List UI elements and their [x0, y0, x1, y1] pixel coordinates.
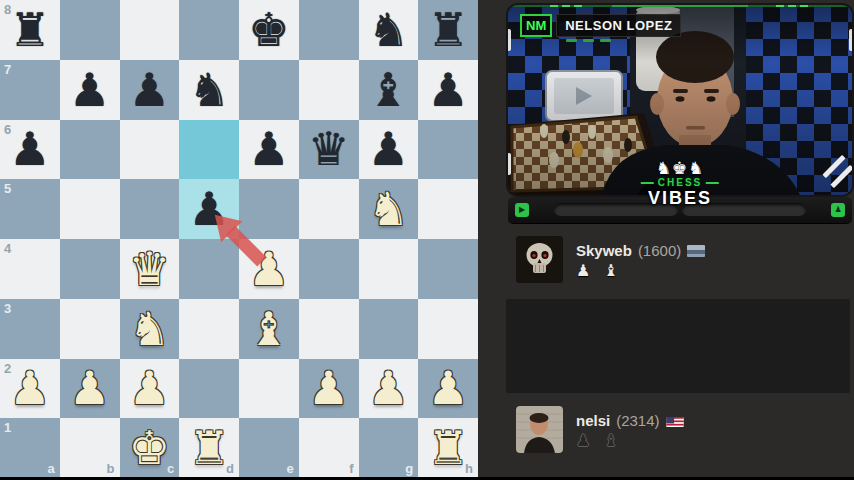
white-pawn-f2[interactable]: ♟: [299, 359, 359, 419]
logo-vibes-text: VIBES: [641, 189, 719, 207]
square-g5[interactable]: ♞: [359, 179, 419, 239]
square-f7[interactable]: [299, 60, 359, 120]
square-a4[interactable]: 4: [0, 239, 60, 299]
square-e2[interactable]: [239, 359, 299, 419]
flag-icon-black: [687, 245, 705, 257]
file-label: b: [107, 462, 115, 475]
square-c4[interactable]: ♛: [120, 239, 180, 299]
square-b4[interactable]: [60, 239, 120, 299]
green-pawn-icon: ♟: [831, 203, 845, 217]
flag-icon-white-us: [666, 415, 684, 427]
square-e4[interactable]: ♟: [239, 239, 299, 299]
nm-title-badge: NM: [520, 14, 552, 37]
move-list-panel[interactable]: [506, 299, 850, 393]
white-king-c1[interactable]: ♚: [120, 418, 180, 478]
logo-pieces-icon: ♞♚♞: [641, 160, 719, 177]
frame-tick-left-top: [508, 29, 511, 51]
square-b2[interactable]: ♟: [60, 359, 120, 419]
black-pawn-g6[interactable]: ♟: [359, 120, 419, 180]
square-c6[interactable]: [120, 120, 180, 180]
rank-label: 5: [4, 182, 11, 195]
white-pawn-e4[interactable]: ♟: [239, 239, 299, 299]
white-pawn-c2[interactable]: ♟: [120, 359, 180, 419]
file-label: f: [349, 462, 353, 475]
player-card-white: nelsi (2314) ♟ ♝: [516, 406, 846, 453]
avatar-skyweb[interactable]: [516, 236, 563, 283]
white-knight-c3[interactable]: ♞: [120, 299, 180, 359]
green-dashes: [566, 39, 611, 42]
black-bishop-g7[interactable]: ♝: [359, 60, 419, 120]
black-king-e8[interactable]: ♚: [239, 0, 299, 60]
black-queen-f6[interactable]: ♛: [299, 120, 359, 180]
square-d5[interactable]: ♟: [179, 179, 239, 239]
white-bishop-e3[interactable]: ♝: [239, 299, 299, 359]
square-f4[interactable]: [299, 239, 359, 299]
square-g4[interactable]: [359, 239, 419, 299]
black-pawn-h7[interactable]: ♟: [418, 60, 478, 120]
black-pawn-c7[interactable]: ♟: [120, 60, 180, 120]
square-a7[interactable]: 7: [0, 60, 60, 120]
chess-stream-app: 8♜♚♞♜7♟♟♞♝♟6♟♟♛♟5♟♞4♛♟3♞♝2♟♟♟♟♟♟1abc♚d♜e…: [0, 0, 854, 480]
square-c5[interactable]: [120, 179, 180, 239]
square-b5[interactable]: [60, 179, 120, 239]
square-f1[interactable]: f: [299, 418, 359, 478]
white-pawn-b2[interactable]: ♟: [60, 359, 120, 419]
chess-vibes-logo: ♞♚♞ CHESS VIBES: [641, 160, 719, 207]
chess-board[interactable]: 8♜♚♞♜7♟♟♞♝♟6♟♟♛♟5♟♞4♛♟3♞♝2♟♟♟♟♟♟1abc♚d♜e…: [0, 0, 478, 478]
square-h1[interactable]: h♜: [418, 418, 478, 478]
square-b8[interactable]: [60, 0, 120, 60]
black-knight-g8[interactable]: ♞: [359, 0, 419, 60]
square-f5[interactable]: [299, 179, 359, 239]
square-e5[interactable]: [239, 179, 299, 239]
white-pawn-a2[interactable]: ♟: [0, 359, 60, 419]
square-g1[interactable]: g: [359, 418, 419, 478]
square-g7[interactable]: ♝: [359, 60, 419, 120]
square-b7[interactable]: ♟: [60, 60, 120, 120]
captured-pieces-by-white: ♟ ♝: [576, 432, 684, 450]
square-e1[interactable]: e: [239, 418, 299, 478]
file-label: e: [287, 462, 294, 475]
player-name-white[interactable]: nelsi: [576, 412, 610, 429]
file-label: a: [48, 462, 55, 475]
white-pawn-h2[interactable]: ♟: [418, 359, 478, 419]
square-h2[interactable]: ♟: [418, 359, 478, 419]
black-rook-h8[interactable]: ♜: [418, 0, 478, 60]
square-e7[interactable]: [239, 60, 299, 120]
square-e6[interactable]: ♟: [239, 120, 299, 180]
square-g6[interactable]: ♟: [359, 120, 419, 180]
square-a5[interactable]: 5: [0, 179, 60, 239]
white-pawn-g2[interactable]: ♟: [359, 359, 419, 419]
square-h3[interactable]: [418, 299, 478, 359]
square-g3[interactable]: [359, 299, 419, 359]
square-e3[interactable]: ♝: [239, 299, 299, 359]
square-h4[interactable]: [418, 239, 478, 299]
white-queen-c4[interactable]: ♛: [120, 239, 180, 299]
square-h5[interactable]: [418, 179, 478, 239]
square-e8[interactable]: ♚: [239, 0, 299, 60]
square-d6[interactable]: [179, 120, 239, 180]
square-d4[interactable]: [179, 239, 239, 299]
square-f6[interactable]: ♛: [299, 120, 359, 180]
square-d2[interactable]: [179, 359, 239, 419]
square-g2[interactable]: ♟: [359, 359, 419, 419]
frame-tick-left-bottom: [508, 153, 511, 175]
square-h8[interactable]: ♜: [418, 0, 478, 60]
rank-label: 7: [4, 63, 11, 76]
square-b1[interactable]: b: [60, 418, 120, 478]
rank-label: 3: [4, 302, 11, 315]
man-avatar-image: [516, 406, 563, 453]
skull-avatar-image: [516, 236, 563, 283]
square-h6[interactable]: [418, 120, 478, 180]
captured-pieces-by-black: ♟ ♝: [576, 262, 705, 280]
square-d8[interactable]: [179, 0, 239, 60]
square-a2[interactable]: 2♟: [0, 359, 60, 419]
player-name-black[interactable]: Skyweb: [576, 242, 632, 259]
stream-sidebar: NM NELSON LOPEZ ▶ ♟ ♞♚♞ CHESS VIBES: [478, 0, 854, 480]
square-c2[interactable]: ♟: [120, 359, 180, 419]
avatar-nelsi[interactable]: [516, 406, 563, 453]
player-card-black: Skyweb (1600) ♟ ♝: [516, 236, 846, 283]
green-play-icon: ▶: [515, 203, 529, 217]
square-h7[interactable]: ♟: [418, 60, 478, 120]
square-b6[interactable]: [60, 120, 120, 180]
square-a3[interactable]: 3: [0, 299, 60, 359]
streamer-name: NELSON LOPEZ: [556, 14, 681, 37]
square-b3[interactable]: [60, 299, 120, 359]
logo-chess-text: CHESS: [641, 178, 719, 188]
square-c7[interactable]: ♟: [120, 60, 180, 120]
square-c1[interactable]: c♚: [120, 418, 180, 478]
white-rook-h1[interactable]: ♜: [418, 418, 478, 478]
rank-label: 4: [4, 242, 11, 255]
black-knight-d7[interactable]: ♞: [179, 60, 239, 120]
square-d1[interactable]: d♜: [179, 418, 239, 478]
square-g8[interactable]: ♞: [359, 0, 419, 60]
black-pawn-a6[interactable]: ♟: [0, 120, 60, 180]
rank-label: 1: [4, 421, 11, 434]
white-knight-g5[interactable]: ♞: [359, 179, 419, 239]
square-f2[interactable]: ♟: [299, 359, 359, 419]
player-rating-white: (2314): [616, 412, 659, 429]
square-a6[interactable]: 6♟: [0, 120, 60, 180]
square-f8[interactable]: [299, 0, 359, 60]
player-rating-black: (1600): [638, 242, 681, 259]
black-rook-a8[interactable]: ♜: [0, 0, 60, 60]
square-c3[interactable]: ♞: [120, 299, 180, 359]
square-f3[interactable]: [299, 299, 359, 359]
streamer-title-badges: NM NELSON LOPEZ: [520, 14, 681, 37]
square-a1[interactable]: 1a: [0, 418, 60, 478]
white-rook-d1[interactable]: ♜: [179, 418, 239, 478]
square-c8[interactable]: [120, 0, 180, 60]
square-a8[interactable]: 8♜: [0, 0, 60, 60]
square-d3[interactable]: [179, 299, 239, 359]
black-pawn-d5[interactable]: ♟: [179, 179, 239, 239]
black-pawn-e6[interactable]: ♟: [239, 120, 299, 180]
black-pawn-b7[interactable]: ♟: [60, 60, 120, 120]
square-d7[interactable]: ♞: [179, 60, 239, 120]
frame-tick-right-top: [849, 29, 852, 51]
file-label: g: [405, 462, 413, 475]
